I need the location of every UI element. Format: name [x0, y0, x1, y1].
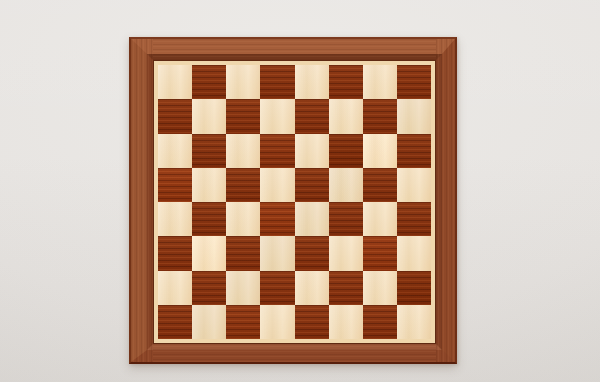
square-d6[interactable] — [260, 134, 294, 168]
square-d5[interactable] — [260, 168, 294, 202]
square-h6[interactable] — [397, 134, 431, 168]
square-f8[interactable] — [329, 65, 363, 99]
square-d7[interactable] — [260, 99, 294, 133]
square-d8[interactable] — [260, 65, 294, 99]
square-d1[interactable] — [260, 305, 294, 339]
board-frame — [131, 39, 455, 362]
square-b2[interactable] — [192, 271, 226, 305]
square-c6[interactable] — [226, 134, 260, 168]
square-h2[interactable] — [397, 271, 431, 305]
square-g7[interactable] — [363, 99, 397, 133]
square-h3[interactable] — [397, 236, 431, 270]
square-e5[interactable] — [295, 168, 329, 202]
square-h7[interactable] — [397, 99, 431, 133]
square-f7[interactable] — [329, 99, 363, 133]
square-e7[interactable] — [295, 99, 329, 133]
square-b4[interactable] — [192, 202, 226, 236]
square-c2[interactable] — [226, 271, 260, 305]
square-a2[interactable] — [158, 271, 192, 305]
square-f3[interactable] — [329, 236, 363, 270]
square-e4[interactable] — [295, 202, 329, 236]
square-h5[interactable] — [397, 168, 431, 202]
square-h4[interactable] — [397, 202, 431, 236]
square-g3[interactable] — [363, 236, 397, 270]
square-f4[interactable] — [329, 202, 363, 236]
chessboard — [129, 37, 457, 364]
square-a7[interactable] — [158, 99, 192, 133]
inlay-border-line — [153, 60, 436, 344]
square-f2[interactable] — [329, 271, 363, 305]
square-h8[interactable] — [397, 65, 431, 99]
square-d4[interactable] — [260, 202, 294, 236]
square-a8[interactable] — [158, 65, 192, 99]
square-g4[interactable] — [363, 202, 397, 236]
square-a4[interactable] — [158, 202, 192, 236]
square-c5[interactable] — [226, 168, 260, 202]
square-c7[interactable] — [226, 99, 260, 133]
square-d3[interactable] — [260, 236, 294, 270]
frame-bevel — [147, 54, 442, 350]
square-f1[interactable] — [329, 305, 363, 339]
square-b5[interactable] — [192, 168, 226, 202]
square-d2[interactable] — [260, 271, 294, 305]
square-g2[interactable] — [363, 271, 397, 305]
square-a3[interactable] — [158, 236, 192, 270]
square-a6[interactable] — [158, 134, 192, 168]
square-f5[interactable] — [329, 168, 363, 202]
square-e2[interactable] — [295, 271, 329, 305]
square-e6[interactable] — [295, 134, 329, 168]
square-c8[interactable] — [226, 65, 260, 99]
square-b1[interactable] — [192, 305, 226, 339]
square-b3[interactable] — [192, 236, 226, 270]
square-c1[interactable] — [226, 305, 260, 339]
square-h1[interactable] — [397, 305, 431, 339]
square-g8[interactable] — [363, 65, 397, 99]
square-e8[interactable] — [295, 65, 329, 99]
square-a5[interactable] — [158, 168, 192, 202]
square-f6[interactable] — [329, 134, 363, 168]
square-g1[interactable] — [363, 305, 397, 339]
square-c3[interactable] — [226, 236, 260, 270]
square-e1[interactable] — [295, 305, 329, 339]
square-b7[interactable] — [192, 99, 226, 133]
board-grid — [158, 65, 431, 339]
square-g5[interactable] — [363, 168, 397, 202]
square-e3[interactable] — [295, 236, 329, 270]
maple-inlay — [154, 61, 435, 343]
square-c4[interactable] — [226, 202, 260, 236]
square-b6[interactable] — [192, 134, 226, 168]
square-a1[interactable] — [158, 305, 192, 339]
square-b8[interactable] — [192, 65, 226, 99]
photo-background — [0, 0, 600, 382]
square-g6[interactable] — [363, 134, 397, 168]
